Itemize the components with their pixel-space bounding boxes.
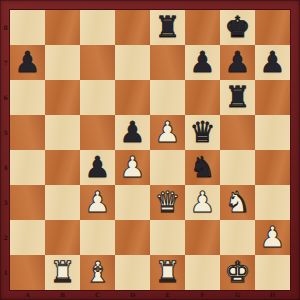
rank-label-3: 3	[2, 185, 9, 220]
square-a7[interactable]: ♟	[10, 45, 45, 80]
chessboard-widget: ♜♚♟♟♟♟♜♟♟♛♟♟♞♟♛♟♞♟♜♝♜♚ 87654321ABCDEFGH	[0, 0, 300, 300]
square-f8[interactable]	[185, 10, 220, 45]
piece-white-king[interactable]: ♚	[220, 255, 255, 290]
square-f6[interactable]	[185, 80, 220, 115]
square-d2[interactable]	[115, 220, 150, 255]
rank-label-1: 1	[2, 255, 9, 290]
square-c7[interactable]	[80, 45, 115, 80]
piece-white-pawn[interactable]: ♟	[150, 115, 185, 150]
square-g8[interactable]: ♚	[220, 10, 255, 45]
square-g1[interactable]: ♚	[220, 255, 255, 290]
square-a5[interactable]	[10, 115, 45, 150]
piece-black-pawn[interactable]: ♟	[115, 115, 150, 150]
rank-label-8: 8	[2, 10, 9, 45]
square-f7[interactable]: ♟	[185, 45, 220, 80]
square-e3[interactable]: ♛	[150, 185, 185, 220]
square-h2[interactable]: ♟	[255, 220, 290, 255]
square-d4[interactable]: ♟	[115, 150, 150, 185]
square-b5[interactable]	[45, 115, 80, 150]
rank-label-6: 6	[2, 80, 9, 115]
square-h5[interactable]	[255, 115, 290, 150]
square-e5[interactable]: ♟	[150, 115, 185, 150]
square-h3[interactable]	[255, 185, 290, 220]
square-e7[interactable]	[150, 45, 185, 80]
square-a2[interactable]	[10, 220, 45, 255]
square-h6[interactable]	[255, 80, 290, 115]
piece-white-pawn[interactable]: ♟	[80, 185, 115, 220]
piece-white-rook[interactable]: ♜	[45, 255, 80, 290]
square-a4[interactable]	[10, 150, 45, 185]
piece-black-king[interactable]: ♚	[220, 10, 255, 45]
square-g5[interactable]	[220, 115, 255, 150]
square-d1[interactable]	[115, 255, 150, 290]
file-label-g: G	[220, 290, 255, 299]
piece-white-pawn[interactable]: ♟	[255, 220, 290, 255]
square-f1[interactable]	[185, 255, 220, 290]
piece-black-rook[interactable]: ♜	[150, 10, 185, 45]
square-d7[interactable]	[115, 45, 150, 80]
piece-black-knight[interactable]: ♞	[185, 150, 220, 185]
file-label-e: E	[150, 290, 185, 299]
square-g3[interactable]: ♞	[220, 185, 255, 220]
square-g7[interactable]: ♟	[220, 45, 255, 80]
square-e8[interactable]: ♜	[150, 10, 185, 45]
square-g4[interactable]	[220, 150, 255, 185]
piece-black-pawn[interactable]: ♟	[80, 150, 115, 185]
square-a8[interactable]	[10, 10, 45, 45]
square-h8[interactable]	[255, 10, 290, 45]
piece-white-pawn[interactable]: ♟	[185, 185, 220, 220]
square-c1[interactable]: ♝	[80, 255, 115, 290]
square-f4[interactable]: ♞	[185, 150, 220, 185]
square-e2[interactable]	[150, 220, 185, 255]
square-h4[interactable]	[255, 150, 290, 185]
file-label-f: F	[185, 290, 220, 299]
square-a6[interactable]	[10, 80, 45, 115]
square-d8[interactable]	[115, 10, 150, 45]
piece-white-pawn[interactable]: ♟	[115, 150, 150, 185]
square-h7[interactable]: ♟	[255, 45, 290, 80]
square-h1[interactable]	[255, 255, 290, 290]
piece-black-pawn[interactable]: ♟	[185, 45, 220, 80]
square-b7[interactable]	[45, 45, 80, 80]
piece-black-pawn[interactable]: ♟	[220, 45, 255, 80]
square-c2[interactable]	[80, 220, 115, 255]
file-label-b: B	[45, 290, 80, 299]
square-a3[interactable]	[10, 185, 45, 220]
square-c6[interactable]	[80, 80, 115, 115]
rank-label-4: 4	[2, 150, 9, 185]
square-d5[interactable]: ♟	[115, 115, 150, 150]
square-d3[interactable]	[115, 185, 150, 220]
square-e4[interactable]	[150, 150, 185, 185]
square-b2[interactable]	[45, 220, 80, 255]
chess-board[interactable]: ♜♚♟♟♟♟♜♟♟♛♟♟♞♟♛♟♞♟♜♝♜♚	[10, 10, 290, 290]
piece-white-rook[interactable]: ♜	[150, 255, 185, 290]
rank-label-7: 7	[2, 45, 9, 80]
square-a1[interactable]	[10, 255, 45, 290]
file-label-a: A	[10, 290, 45, 299]
square-c8[interactable]	[80, 10, 115, 45]
piece-black-pawn[interactable]: ♟	[10, 45, 45, 80]
square-b8[interactable]	[45, 10, 80, 45]
square-b3[interactable]	[45, 185, 80, 220]
square-f2[interactable]	[185, 220, 220, 255]
rank-label-5: 5	[2, 115, 9, 150]
file-label-d: D	[115, 290, 150, 299]
square-c4[interactable]: ♟	[80, 150, 115, 185]
file-label-c: C	[80, 290, 115, 299]
piece-black-pawn[interactable]: ♟	[255, 45, 290, 80]
square-b4[interactable]	[45, 150, 80, 185]
piece-white-knight[interactable]: ♞	[220, 185, 255, 220]
square-f3[interactable]: ♟	[185, 185, 220, 220]
square-c5[interactable]	[80, 115, 115, 150]
piece-white-bishop[interactable]: ♝	[80, 255, 115, 290]
piece-black-queen[interactable]: ♛	[185, 115, 220, 150]
file-label-h: H	[255, 290, 290, 299]
piece-white-queen[interactable]: ♛	[150, 185, 185, 220]
square-b1[interactable]: ♜	[45, 255, 80, 290]
square-e6[interactable]	[150, 80, 185, 115]
square-g6[interactable]: ♜	[220, 80, 255, 115]
square-e1[interactable]: ♜	[150, 255, 185, 290]
rank-label-2: 2	[2, 220, 9, 255]
square-d6[interactable]	[115, 80, 150, 115]
square-b6[interactable]	[45, 80, 80, 115]
square-f5[interactable]: ♛	[185, 115, 220, 150]
square-g2[interactable]	[220, 220, 255, 255]
piece-black-rook[interactable]: ♜	[220, 80, 255, 115]
square-c3[interactable]: ♟	[80, 185, 115, 220]
